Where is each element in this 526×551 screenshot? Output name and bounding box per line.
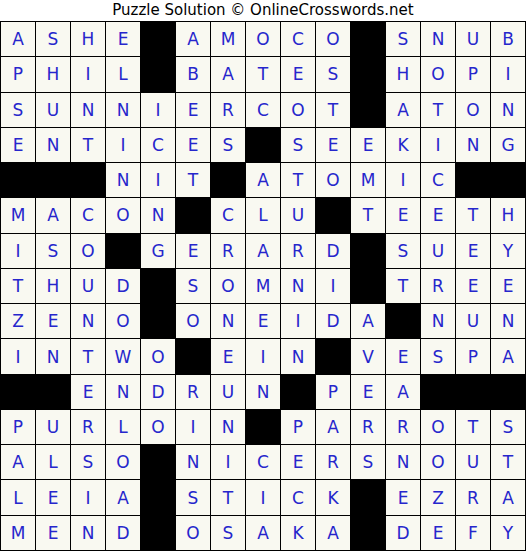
cell-r12c14: T bbox=[456, 410, 490, 444]
cell-r6c15: H bbox=[491, 198, 525, 232]
cell-r4c14: N bbox=[456, 128, 490, 162]
cell-r14c15: A bbox=[491, 480, 525, 514]
block-r1c5 bbox=[141, 22, 175, 56]
cell-r15c2: E bbox=[36, 516, 70, 550]
cell-r8c4: D bbox=[106, 269, 140, 303]
cell-r10c15: A bbox=[491, 339, 525, 373]
cell-r13c11: S bbox=[351, 445, 385, 479]
block-r5c3 bbox=[71, 163, 105, 197]
cell-r1c10: O bbox=[316, 22, 350, 56]
cell-r3c8: C bbox=[246, 93, 280, 127]
cell-r14c4: A bbox=[106, 480, 140, 514]
block-r10c6 bbox=[176, 339, 210, 373]
cell-r13c6: N bbox=[176, 445, 210, 479]
cell-r3c1: S bbox=[1, 93, 35, 127]
block-r4c8 bbox=[246, 128, 280, 162]
cell-r6c2: A bbox=[36, 198, 70, 232]
cell-r6c11: T bbox=[351, 198, 385, 232]
cell-r15c9: K bbox=[281, 516, 315, 550]
cell-r6c1: M bbox=[1, 198, 35, 232]
cell-r1c12: S bbox=[386, 22, 420, 56]
cell-r1c14: U bbox=[456, 22, 490, 56]
cell-r6c13: E bbox=[421, 198, 455, 232]
block-r11c2 bbox=[36, 375, 70, 409]
cell-r7c15: Y bbox=[491, 234, 525, 268]
cell-r6c4: O bbox=[106, 198, 140, 232]
cell-r4c5: C bbox=[141, 128, 175, 162]
cell-r14c14: R bbox=[456, 480, 490, 514]
cell-r8c7: O bbox=[211, 269, 245, 303]
cell-r5c10: O bbox=[316, 163, 350, 197]
block-r12c8 bbox=[246, 410, 280, 444]
cell-r4c1: E bbox=[1, 128, 35, 162]
cell-r11c10: P bbox=[316, 375, 350, 409]
cell-r15c4: D bbox=[106, 516, 140, 550]
cell-r3c2: U bbox=[36, 93, 70, 127]
cell-r4c3: T bbox=[71, 128, 105, 162]
cell-r13c4: O bbox=[106, 445, 140, 479]
cell-r7c13: U bbox=[421, 234, 455, 268]
cell-r9c15: N bbox=[491, 304, 525, 338]
block-r11c9 bbox=[281, 375, 315, 409]
cell-r10c5: O bbox=[141, 339, 175, 373]
block-r7c11 bbox=[351, 234, 385, 268]
cell-r7c14: E bbox=[456, 234, 490, 268]
cell-r7c5: G bbox=[141, 234, 175, 268]
cell-r4c10: E bbox=[316, 128, 350, 162]
cell-r5c8: A bbox=[246, 163, 280, 197]
block-r14c5 bbox=[141, 480, 175, 514]
cell-r10c7: E bbox=[211, 339, 245, 373]
cell-r11c6: R bbox=[176, 375, 210, 409]
cell-r6c14: T bbox=[456, 198, 490, 232]
cell-r4c12: K bbox=[386, 128, 420, 162]
cell-r10c14: P bbox=[456, 339, 490, 373]
cell-r12c13: O bbox=[421, 410, 455, 444]
cell-r1c7: M bbox=[211, 22, 245, 56]
cell-r14c3: I bbox=[71, 480, 105, 514]
cell-r8c13: R bbox=[421, 269, 455, 303]
cell-r14c13: Z bbox=[421, 480, 455, 514]
cell-r4c9: S bbox=[281, 128, 315, 162]
cell-r7c12: S bbox=[386, 234, 420, 268]
cell-r9c2: E bbox=[36, 304, 70, 338]
block-r3c11 bbox=[351, 93, 385, 127]
cell-r1c2: S bbox=[36, 22, 70, 56]
cell-r1c13: N bbox=[421, 22, 455, 56]
cell-r15c13: E bbox=[421, 516, 455, 550]
cell-r2c10: S bbox=[316, 57, 350, 91]
cell-r5c11: M bbox=[351, 163, 385, 197]
block-r5c1 bbox=[1, 163, 35, 197]
cell-r5c4: N bbox=[106, 163, 140, 197]
cell-r2c8: T bbox=[246, 57, 280, 91]
cell-r8c3: U bbox=[71, 269, 105, 303]
cell-r6c9: U bbox=[281, 198, 315, 232]
cell-r2c6: B bbox=[176, 57, 210, 91]
cell-r9c9: I bbox=[281, 304, 315, 338]
cell-r7c7: R bbox=[211, 234, 245, 268]
cell-r10c8: I bbox=[246, 339, 280, 373]
cell-r5c12: I bbox=[386, 163, 420, 197]
cell-r2c1: P bbox=[1, 57, 35, 91]
cell-r15c1: M bbox=[1, 516, 35, 550]
cell-r12c4: L bbox=[106, 410, 140, 444]
cell-r13c14: U bbox=[456, 445, 490, 479]
block-r5c15 bbox=[491, 163, 525, 197]
cell-r8c14: E bbox=[456, 269, 490, 303]
cell-r15c8: A bbox=[246, 516, 280, 550]
block-r15c5 bbox=[141, 516, 175, 550]
cell-r1c6: A bbox=[176, 22, 210, 56]
cell-r1c9: C bbox=[281, 22, 315, 56]
cell-r2c15: I bbox=[491, 57, 525, 91]
cell-r7c9: R bbox=[281, 234, 315, 268]
cell-r14c8: I bbox=[246, 480, 280, 514]
cell-r15c6: O bbox=[176, 516, 210, 550]
block-r14c11 bbox=[351, 480, 385, 514]
cell-r3c9: O bbox=[281, 93, 315, 127]
cell-r7c2: S bbox=[36, 234, 70, 268]
block-r6c10 bbox=[316, 198, 350, 232]
cell-r8c15: E bbox=[491, 269, 525, 303]
cell-r15c10: A bbox=[316, 516, 350, 550]
cell-r5c9: T bbox=[281, 163, 315, 197]
cell-r3c5: I bbox=[141, 93, 175, 127]
cell-r12c9: P bbox=[281, 410, 315, 444]
cell-r10c3: T bbox=[71, 339, 105, 373]
cell-r13c15: T bbox=[491, 445, 525, 479]
cell-r14c2: E bbox=[36, 480, 70, 514]
block-r11c1 bbox=[1, 375, 35, 409]
cell-r4c15: G bbox=[491, 128, 525, 162]
cell-r3c7: R bbox=[211, 93, 245, 127]
cell-r2c12: H bbox=[386, 57, 420, 91]
cell-r14c1: L bbox=[1, 480, 35, 514]
cell-r7c6: E bbox=[176, 234, 210, 268]
cell-r8c1: T bbox=[1, 269, 35, 303]
cell-r9c1: Z bbox=[1, 304, 35, 338]
block-r11c13 bbox=[421, 375, 455, 409]
cell-r6c5: N bbox=[141, 198, 175, 232]
cell-r11c3: E bbox=[71, 375, 105, 409]
cell-r4c7: S bbox=[211, 128, 245, 162]
cell-r6c7: C bbox=[211, 198, 245, 232]
block-r11c15 bbox=[491, 375, 525, 409]
block-r2c11 bbox=[351, 57, 385, 91]
cell-r9c3: N bbox=[71, 304, 105, 338]
block-r1c11 bbox=[351, 22, 385, 56]
cell-r15c7: S bbox=[211, 516, 245, 550]
cell-r15c3: N bbox=[71, 516, 105, 550]
cell-r11c7: U bbox=[211, 375, 245, 409]
cell-r12c3: R bbox=[71, 410, 105, 444]
cell-r3c3: N bbox=[71, 93, 105, 127]
cell-r6c12: E bbox=[386, 198, 420, 232]
cell-r9c14: U bbox=[456, 304, 490, 338]
cell-r2c9: E bbox=[281, 57, 315, 91]
cell-r10c4: W bbox=[106, 339, 140, 373]
cell-r13c8: C bbox=[246, 445, 280, 479]
cell-r6c8: L bbox=[246, 198, 280, 232]
block-r2c5 bbox=[141, 57, 175, 91]
cell-r2c3: I bbox=[71, 57, 105, 91]
cell-r3c15: N bbox=[491, 93, 525, 127]
cell-r1c15: B bbox=[491, 22, 525, 56]
cell-r12c11: R bbox=[351, 410, 385, 444]
cell-r11c4: N bbox=[106, 375, 140, 409]
cell-r8c12: T bbox=[386, 269, 420, 303]
cell-r5c13: C bbox=[421, 163, 455, 197]
cell-r12c15: S bbox=[491, 410, 525, 444]
cell-r12c5: O bbox=[141, 410, 175, 444]
cell-r4c11: E bbox=[351, 128, 385, 162]
cell-r4c4: I bbox=[106, 128, 140, 162]
cell-r12c12: R bbox=[386, 410, 420, 444]
cell-r1c1: A bbox=[1, 22, 35, 56]
block-r8c11 bbox=[351, 269, 385, 303]
block-r8c5 bbox=[141, 269, 175, 303]
cell-r2c14: P bbox=[456, 57, 490, 91]
cell-r10c2: N bbox=[36, 339, 70, 373]
cell-r5c6: T bbox=[176, 163, 210, 197]
cell-r13c2: L bbox=[36, 445, 70, 479]
cell-r14c10: K bbox=[316, 480, 350, 514]
cell-r3c13: T bbox=[421, 93, 455, 127]
cell-r10c11: V bbox=[351, 339, 385, 373]
block-r11c14 bbox=[456, 375, 490, 409]
cell-r11c11: E bbox=[351, 375, 385, 409]
cell-r14c7: T bbox=[211, 480, 245, 514]
cell-r4c2: N bbox=[36, 128, 70, 162]
cell-r15c14: F bbox=[456, 516, 490, 550]
cell-r2c13: O bbox=[421, 57, 455, 91]
cell-r13c1: A bbox=[1, 445, 35, 479]
cell-r2c4: L bbox=[106, 57, 140, 91]
cell-r2c7: A bbox=[211, 57, 245, 91]
cell-r15c12: D bbox=[386, 516, 420, 550]
cell-r12c1: P bbox=[1, 410, 35, 444]
cell-r7c3: O bbox=[71, 234, 105, 268]
cell-r10c13: S bbox=[421, 339, 455, 373]
cell-r9c6: O bbox=[176, 304, 210, 338]
cell-r1c3: H bbox=[71, 22, 105, 56]
cell-r8c8: M bbox=[246, 269, 280, 303]
block-r6c6 bbox=[176, 198, 210, 232]
cell-r9c8: E bbox=[246, 304, 280, 338]
block-r10c10 bbox=[316, 339, 350, 373]
block-r13c5 bbox=[141, 445, 175, 479]
cell-r14c6: S bbox=[176, 480, 210, 514]
cell-r14c12: E bbox=[386, 480, 420, 514]
cell-r4c13: I bbox=[421, 128, 455, 162]
cell-r8c6: S bbox=[176, 269, 210, 303]
cell-r13c3: S bbox=[71, 445, 105, 479]
cell-r11c12: A bbox=[386, 375, 420, 409]
cell-r7c1: I bbox=[1, 234, 35, 268]
cell-r10c1: I bbox=[1, 339, 35, 373]
block-r5c7 bbox=[211, 163, 245, 197]
cell-r12c7: N bbox=[211, 410, 245, 444]
cell-r11c8: N bbox=[246, 375, 280, 409]
cell-r9c7: N bbox=[211, 304, 245, 338]
block-r5c14 bbox=[456, 163, 490, 197]
puzzle-solution-page: Puzzle Solution © OnlineCrosswords.net A… bbox=[0, 0, 526, 551]
cell-r10c9: N bbox=[281, 339, 315, 373]
cell-r10c12: E bbox=[386, 339, 420, 373]
cell-r1c8: O bbox=[246, 22, 280, 56]
cell-r3c6: E bbox=[176, 93, 210, 127]
cell-r8c9: N bbox=[281, 269, 315, 303]
cell-r9c4: O bbox=[106, 304, 140, 338]
cell-r11c5: D bbox=[141, 375, 175, 409]
cell-r13c13: O bbox=[421, 445, 455, 479]
cell-r8c2: H bbox=[36, 269, 70, 303]
cell-r8c10: I bbox=[316, 269, 350, 303]
cell-r3c14: O bbox=[456, 93, 490, 127]
cell-r13c9: E bbox=[281, 445, 315, 479]
page-title: Puzzle Solution © OnlineCrosswords.net bbox=[0, 0, 526, 21]
cell-r12c2: U bbox=[36, 410, 70, 444]
cell-r7c10: D bbox=[316, 234, 350, 268]
block-r9c12 bbox=[386, 304, 420, 338]
cell-r3c10: T bbox=[316, 93, 350, 127]
crossword-grid: ASHEAMOCOSNUBPHILBATESHOPISUNNIERCOTATON… bbox=[0, 21, 526, 551]
cell-r12c6: I bbox=[176, 410, 210, 444]
block-r9c5 bbox=[141, 304, 175, 338]
cell-r4c6: E bbox=[176, 128, 210, 162]
cell-r7c8: A bbox=[246, 234, 280, 268]
cell-r9c13: N bbox=[421, 304, 455, 338]
cell-r14c9: C bbox=[281, 480, 315, 514]
cell-r6c3: C bbox=[71, 198, 105, 232]
cell-r5c5: I bbox=[141, 163, 175, 197]
cell-r9c11: A bbox=[351, 304, 385, 338]
cell-r1c4: E bbox=[106, 22, 140, 56]
block-r5c2 bbox=[36, 163, 70, 197]
cell-r13c12: N bbox=[386, 445, 420, 479]
cell-r13c7: I bbox=[211, 445, 245, 479]
cell-r2c2: H bbox=[36, 57, 70, 91]
block-r7c4 bbox=[106, 234, 140, 268]
cell-r15c15: Y bbox=[491, 516, 525, 550]
cell-r9c10: D bbox=[316, 304, 350, 338]
cell-r13c10: R bbox=[316, 445, 350, 479]
cell-r3c4: N bbox=[106, 93, 140, 127]
cell-r12c10: A bbox=[316, 410, 350, 444]
block-r15c11 bbox=[351, 516, 385, 550]
cell-r3c12: A bbox=[386, 93, 420, 127]
